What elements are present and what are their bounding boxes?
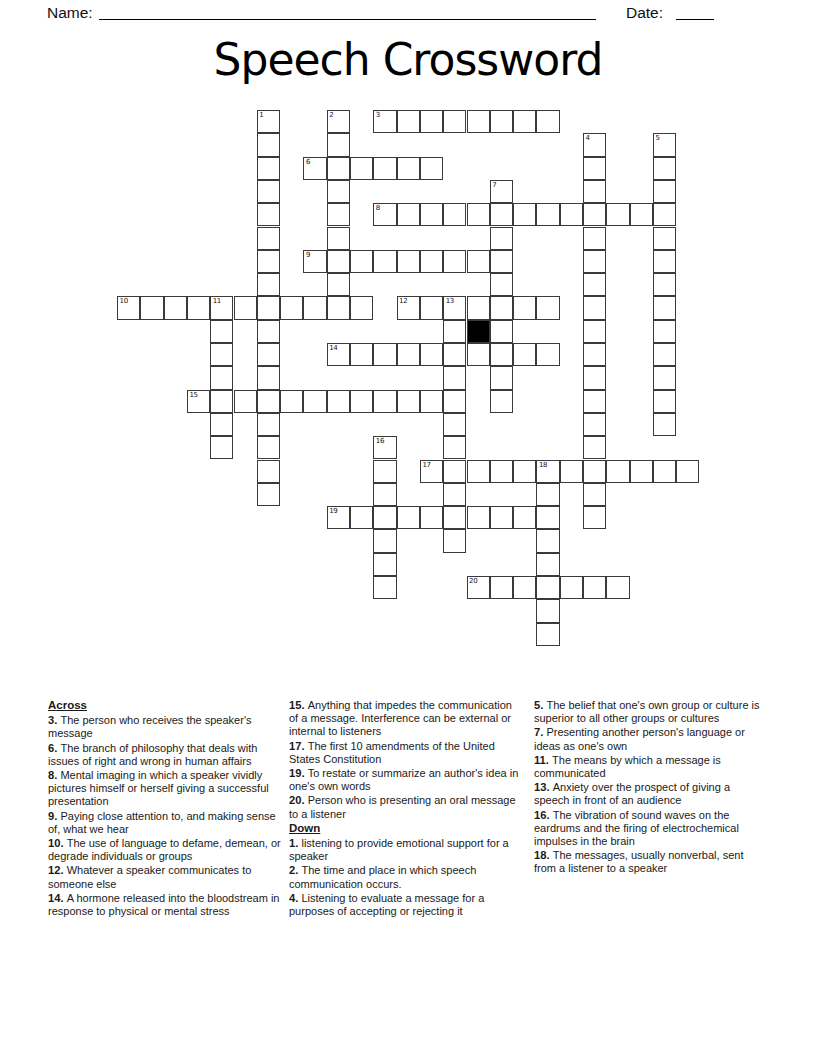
clue-number: 6. [48,742,60,754]
grid-cell[interactable] [490,296,513,319]
cell-number: 5 [655,134,659,142]
grid-cell[interactable] [210,436,233,459]
grid-cell[interactable] [536,576,559,599]
cell-number: 16 [376,437,384,445]
clue-number: 19. [289,767,308,779]
grid-cell[interactable] [373,483,396,506]
grid-cell[interactable] [653,180,676,203]
grid-cell[interactable] [606,203,629,226]
grid-cell[interactable] [397,343,420,366]
grid-cell[interactable] [303,390,326,413]
grid-cell[interactable] [397,506,420,529]
grid-cell[interactable] [653,203,676,226]
clue-item-1: 1. listening to provide emotional suppor… [289,837,522,863]
clue-item-14: 14. A hormone released into the bloodstr… [48,892,281,918]
cell-number: 14 [329,344,337,352]
grid-cell[interactable] [490,227,513,250]
grid-cell[interactable]: 4 [583,133,606,156]
clue-list-header-across: Across [48,699,281,712]
grid-cell[interactable] [583,180,606,203]
grid-cell[interactable] [373,343,396,366]
grid-cell[interactable] [536,483,559,506]
grid-cell[interactable] [583,366,606,389]
grid-cell[interactable] [490,203,513,226]
grid-cell[interactable] [606,460,629,483]
grid-cell[interactable] [443,343,466,366]
grid-cell[interactable] [583,320,606,343]
clue-number: 2. [289,864,301,876]
grid-cell[interactable] [583,436,606,459]
grid-cell[interactable] [653,413,676,436]
cell-number: 10 [120,297,128,305]
name-label: Name: [47,4,93,22]
clue-item-9: 9. Paying close attention to, and making… [48,810,281,836]
grid-cell[interactable] [303,296,326,319]
grid-cell[interactable] [653,157,676,180]
cell-number: 6 [306,158,310,166]
grid-cell[interactable] [257,413,280,436]
grid-cell[interactable] [513,203,536,226]
crossword-grid: 1234567891011121314151617181920 [117,110,700,647]
grid-cell[interactable] [653,390,676,413]
grid-cell[interactable] [257,227,280,250]
grid-cell[interactable] [327,390,350,413]
grid-cell[interactable] [653,343,676,366]
grid-cell[interactable] [467,506,490,529]
grid-cell[interactable]: 12 [397,296,420,319]
grid-cell[interactable] [467,203,490,226]
clue-item-12: 12. Whatever a speaker communicates to s… [48,864,281,890]
grid-cell[interactable] [373,506,396,529]
grid-cell[interactable] [560,460,583,483]
clue-item-16: 16. The vibration of sound waves on the … [534,809,767,849]
clue-column-left: Across3. The person who receives the spe… [48,699,281,919]
cell-number: 9 [306,251,310,259]
cell-number: 12 [399,297,407,305]
grid-cell[interactable]: 10 [117,296,140,319]
grid-cell[interactable] [257,460,280,483]
clue-number: 3. [48,714,60,726]
grid-cell[interactable] [583,157,606,180]
clue-number: 5. [534,699,546,711]
grid-cell[interactable] [210,343,233,366]
grid-cell[interactable] [653,227,676,250]
clue-item-18: 18. The messages, usually nonverbal, sen… [534,849,767,875]
grid-cell[interactable] [653,273,676,296]
grid-cell[interactable] [513,576,536,599]
grid-cell[interactable] [397,390,420,413]
clue-item-15: 15. Anything that impedes the communicat… [289,699,522,739]
grid-cell[interactable] [443,436,466,459]
clue-number: 4. [289,892,301,904]
black-cell [467,320,490,343]
clue-item-17: 17. The first 10 amendments of the Unite… [289,740,522,766]
grid-cell[interactable] [373,460,396,483]
clue-column-right: 5. The belief that one's own group or cu… [534,699,767,877]
grid-cell[interactable] [536,343,559,366]
grid-cell[interactable] [490,320,513,343]
clue-item-6: 6. The branch of philosophy that deals w… [48,742,281,768]
grid-cell[interactable]: 15 [187,390,210,413]
grid-cell[interactable] [257,343,280,366]
clue-number: 15. [289,699,308,711]
grid-cell[interactable] [350,343,373,366]
clue-number: 7. [534,726,546,738]
clue-number: 16. [534,809,553,821]
clue-item-11: 11. The means by which a message is comm… [534,754,767,780]
grid-cell[interactable] [210,390,233,413]
grid-cell[interactable] [583,390,606,413]
clue-column-middle: 15. Anything that impedes the communicat… [289,699,522,919]
grid-cell[interactable] [653,366,676,389]
grid-cell[interactable] [490,110,513,133]
grid-cell[interactable] [583,576,606,599]
grid-cell[interactable] [257,436,280,459]
grid-cell[interactable] [420,110,443,133]
cell-number: 3 [376,111,380,119]
grid-cell[interactable] [490,343,513,366]
grid-cell[interactable]: 20 [467,576,490,599]
grid-cell[interactable] [513,343,536,366]
grid-cell[interactable] [327,227,350,250]
grid-cell[interactable] [350,296,373,319]
grid-cell[interactable] [443,529,466,552]
grid-cell[interactable] [257,180,280,203]
grid-cell[interactable] [443,320,466,343]
grid-cell[interactable] [327,203,350,226]
grid-cell[interactable] [653,320,676,343]
grid-cell[interactable]: 17 [420,460,443,483]
cell-number: 17 [422,461,430,469]
date-label: Date: [626,4,663,22]
grid-cell[interactable] [350,157,373,180]
grid-cell[interactable]: 6 [303,157,326,180]
grid-cell[interactable]: 18 [536,460,559,483]
grid-cell[interactable] [536,599,559,622]
grid-cell[interactable] [373,576,396,599]
grid-cell[interactable] [327,296,350,319]
grid-cell[interactable] [327,273,350,296]
grid-cell[interactable] [490,250,513,273]
grid-cell[interactable] [373,157,396,180]
cell-number: 15 [189,391,197,399]
grid-cell[interactable] [583,460,606,483]
grid-cell[interactable] [327,250,350,273]
grid-cell[interactable] [397,157,420,180]
cell-number: 1 [259,111,263,119]
cell-number: 4 [586,134,590,142]
grid-cell[interactable] [164,296,187,319]
grid-cell[interactable]: 16 [373,436,396,459]
grid-cell[interactable] [257,250,280,273]
grid-cell[interactable] [140,296,163,319]
grid-cell[interactable]: 8 [373,203,396,226]
grid-cell[interactable] [420,250,443,273]
grid-cell[interactable] [490,366,513,389]
grid-cell[interactable] [513,506,536,529]
grid-cell[interactable] [513,460,536,483]
grid-cell[interactable] [257,483,280,506]
grid-cell[interactable] [210,320,233,343]
grid-cell[interactable] [490,273,513,296]
grid-cell[interactable] [234,296,257,319]
grid-cell[interactable] [513,296,536,319]
grid-cell[interactable] [257,133,280,156]
grid-cell[interactable] [257,366,280,389]
grid-cell[interactable] [583,343,606,366]
clue-item-19: 19. To restate or summarize an author's … [289,767,522,793]
grid-cell[interactable] [443,366,466,389]
clue-list-header-down: Down [289,822,522,835]
grid-cell[interactable] [443,110,466,133]
grid-cell[interactable] [420,506,443,529]
name-blank-field[interactable] [99,3,596,20]
grid-cell[interactable] [467,343,490,366]
grid-cell[interactable] [373,529,396,552]
grid-cell[interactable] [583,250,606,273]
grid-cell[interactable] [583,296,606,319]
grid-cell[interactable] [653,460,676,483]
clue-item-5: 5. The belief that one's own group or cu… [534,699,767,725]
grid-cell[interactable] [583,413,606,436]
grid-cell[interactable] [350,390,373,413]
clue-number: 20. [289,794,308,806]
cell-number: 20 [469,577,477,585]
clue-item-13: 13. Anxiety over the prospect of giving … [534,781,767,807]
grid-cell[interactable] [583,506,606,529]
grid-cell[interactable]: 1 [257,110,280,133]
clue-number: 13. [534,781,553,793]
grid-cell[interactable] [443,483,466,506]
grid-cell[interactable]: 14 [327,343,350,366]
grid-cell[interactable] [443,413,466,436]
grid-cell[interactable] [630,460,653,483]
grid-cell[interactable] [350,506,373,529]
clue-item-10: 10. The use of language to defame, demea… [48,837,281,863]
grid-cell[interactable] [397,110,420,133]
grid-cell[interactable] [443,390,466,413]
cell-number: 2 [329,111,333,119]
grid-cell[interactable] [420,203,443,226]
grid-cell[interactable] [420,343,443,366]
grid-cell[interactable]: 9 [303,250,326,273]
grid-cell[interactable] [234,390,257,413]
grid-cell[interactable] [606,576,629,599]
grid-cell[interactable] [467,460,490,483]
grid-cell[interactable] [257,157,280,180]
grid-cell[interactable]: 2 [327,110,350,133]
grid-cell[interactable] [653,296,676,319]
grid-cell[interactable] [653,250,676,273]
grid-cell[interactable] [536,623,559,646]
grid-cell[interactable]: 11 [210,296,233,319]
grid-cell[interactable] [513,110,536,133]
cell-number: 11 [213,297,221,305]
grid-cell[interactable] [443,506,466,529]
clue-number: 18. [534,849,553,861]
grid-cell[interactable] [536,296,559,319]
grid-cell[interactable] [210,413,233,436]
grid-cell[interactable] [397,203,420,226]
grid-cell[interactable] [420,390,443,413]
grid-cell[interactable] [257,203,280,226]
grid-cell[interactable] [327,180,350,203]
cell-number: 13 [446,297,454,305]
grid-cell[interactable] [536,529,559,552]
grid-cell[interactable] [420,157,443,180]
grid-cell[interactable] [443,250,466,273]
grid-cell[interactable] [257,273,280,296]
grid-cell[interactable] [467,250,490,273]
grid-cell[interactable] [397,250,420,273]
cell-number: 8 [376,204,380,212]
grid-cell[interactable] [350,250,373,273]
grid-cell[interactable] [560,576,583,599]
clue-number: 12. [48,864,67,876]
date-blank-field[interactable] [676,3,714,20]
grid-cell[interactable] [257,390,280,413]
clue-item-7: 7. Presenting another person's language … [534,726,767,752]
grid-cell[interactable] [467,110,490,133]
clue-number: 10. [48,837,67,849]
cell-number: 7 [492,181,496,189]
grid-cell[interactable] [280,390,303,413]
grid-cell[interactable]: 19 [327,506,350,529]
clue-number: 1. [289,837,301,849]
grid-cell[interactable] [583,227,606,250]
grid-cell[interactable]: 7 [490,180,513,203]
grid-cell[interactable] [210,366,233,389]
grid-cell[interactable] [560,203,583,226]
grid-cell[interactable] [490,390,513,413]
grid-cell[interactable] [373,553,396,576]
grid-cell[interactable]: 5 [653,133,676,156]
clue-item-20: 20. Person who is presenting an oral mes… [289,794,522,820]
grid-cell[interactable] [280,296,303,319]
grid-cell[interactable] [420,296,443,319]
clue-number: 14. [48,892,67,904]
clue-item-4: 4. Listening to evaluate a message for a… [289,892,522,918]
grid-cell[interactable] [583,483,606,506]
grid-cell[interactable] [327,157,350,180]
grid-cell[interactable] [630,203,653,226]
grid-cell[interactable] [257,320,280,343]
grid-cell[interactable] [676,460,699,483]
grid-cell[interactable] [443,460,466,483]
grid-cell[interactable]: 3 [373,110,396,133]
grid-cell[interactable] [490,460,513,483]
cell-number: 19 [329,507,337,515]
clue-number: 8. [48,769,60,781]
grid-cell[interactable] [536,203,559,226]
clue-number: 17. [289,740,308,752]
grid-cell[interactable] [443,203,466,226]
grid-cell[interactable] [536,506,559,529]
grid-cell[interactable] [467,296,490,319]
grid-cell[interactable] [327,133,350,156]
grid-cell[interactable] [490,576,513,599]
grid-cell[interactable] [536,110,559,133]
grid-cell[interactable] [187,296,210,319]
cell-number: 18 [539,461,547,469]
grid-cell[interactable] [257,296,280,319]
clue-item-3: 3. The person who receives the speaker's… [48,714,281,740]
grid-cell[interactable] [583,273,606,296]
grid-cell[interactable] [490,506,513,529]
grid-cell[interactable] [373,390,396,413]
grid-cell[interactable] [373,250,396,273]
clue-item-8: 8. Mental imaging in which a speaker viv… [48,769,281,809]
grid-cell[interactable] [536,553,559,576]
clue-number: 9. [48,810,60,822]
page-title: Speech Crossword [0,34,816,85]
grid-cell[interactable] [583,203,606,226]
grid-cell[interactable]: 13 [443,296,466,319]
clue-number: 11. [534,754,552,766]
clue-item-2: 2. The time and place in which speech co… [289,864,522,890]
